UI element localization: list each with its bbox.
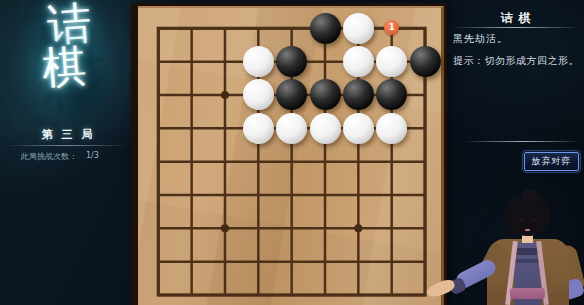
white-stone [310, 113, 341, 144]
game-screen: 诘 棋 诘 棋 第三局 此局挑战次数： 1/3 1 诘棋 黑先劫活。 提示：切勿… [0, 0, 584, 305]
black-stone [410, 46, 441, 77]
hint-text: 提示：切勿形成方四之形。 [453, 54, 579, 68]
white-stone [376, 46, 407, 77]
left-panel-divider [6, 145, 128, 146]
character-portrait [425, 192, 584, 305]
white-stone [343, 113, 374, 144]
character-eye-right [532, 219, 535, 221]
round-label: 第三局 [0, 127, 134, 142]
character-left-hand [425, 278, 457, 299]
white-stone [243, 46, 274, 77]
stones-layer: 1 [138, 8, 441, 305]
attempts-label: 此局挑战次数： [21, 151, 77, 162]
white-stone [376, 113, 407, 144]
black-stone [376, 79, 407, 110]
move-marker: 1 [384, 20, 399, 35]
go-board[interactable]: 1 [138, 6, 444, 305]
black-stone [343, 79, 374, 110]
white-stone [276, 113, 307, 144]
white-stone [243, 113, 274, 144]
black-stone [310, 13, 341, 44]
character-hair-bun [521, 189, 537, 201]
attempts-counter: 此局挑战次数： 1/3 [21, 151, 126, 162]
panel-bottom-divider [464, 141, 581, 142]
character-eye-left [520, 219, 523, 221]
go-board-frame: 1 [131, 3, 447, 305]
white-stone [343, 13, 374, 44]
calligraphy-title: 诘 棋 [6, 2, 132, 88]
calligraphy-char-2: 棋 [41, 44, 88, 90]
forfeit-button[interactable]: 放弃对弈 [524, 152, 579, 171]
attempts-value: 1/3 [86, 151, 99, 162]
black-stone [276, 79, 307, 110]
black-stone [276, 46, 307, 77]
black-stone [310, 79, 341, 110]
objective-text: 黑先劫活。 [453, 32, 508, 46]
character-mouth [525, 229, 530, 231]
panel-title: 诘棋 [447, 10, 584, 27]
character-hair-side-right [538, 208, 546, 233]
white-stone [343, 46, 374, 77]
character-sash [510, 288, 545, 299]
puzzle-calligraphy: 诘 棋 诘 棋 [6, 0, 132, 130]
panel-title-divider [452, 27, 580, 28]
character-hair-side-left [509, 208, 517, 235]
white-stone [243, 79, 274, 110]
character-bodice-trim2 [514, 259, 541, 263]
